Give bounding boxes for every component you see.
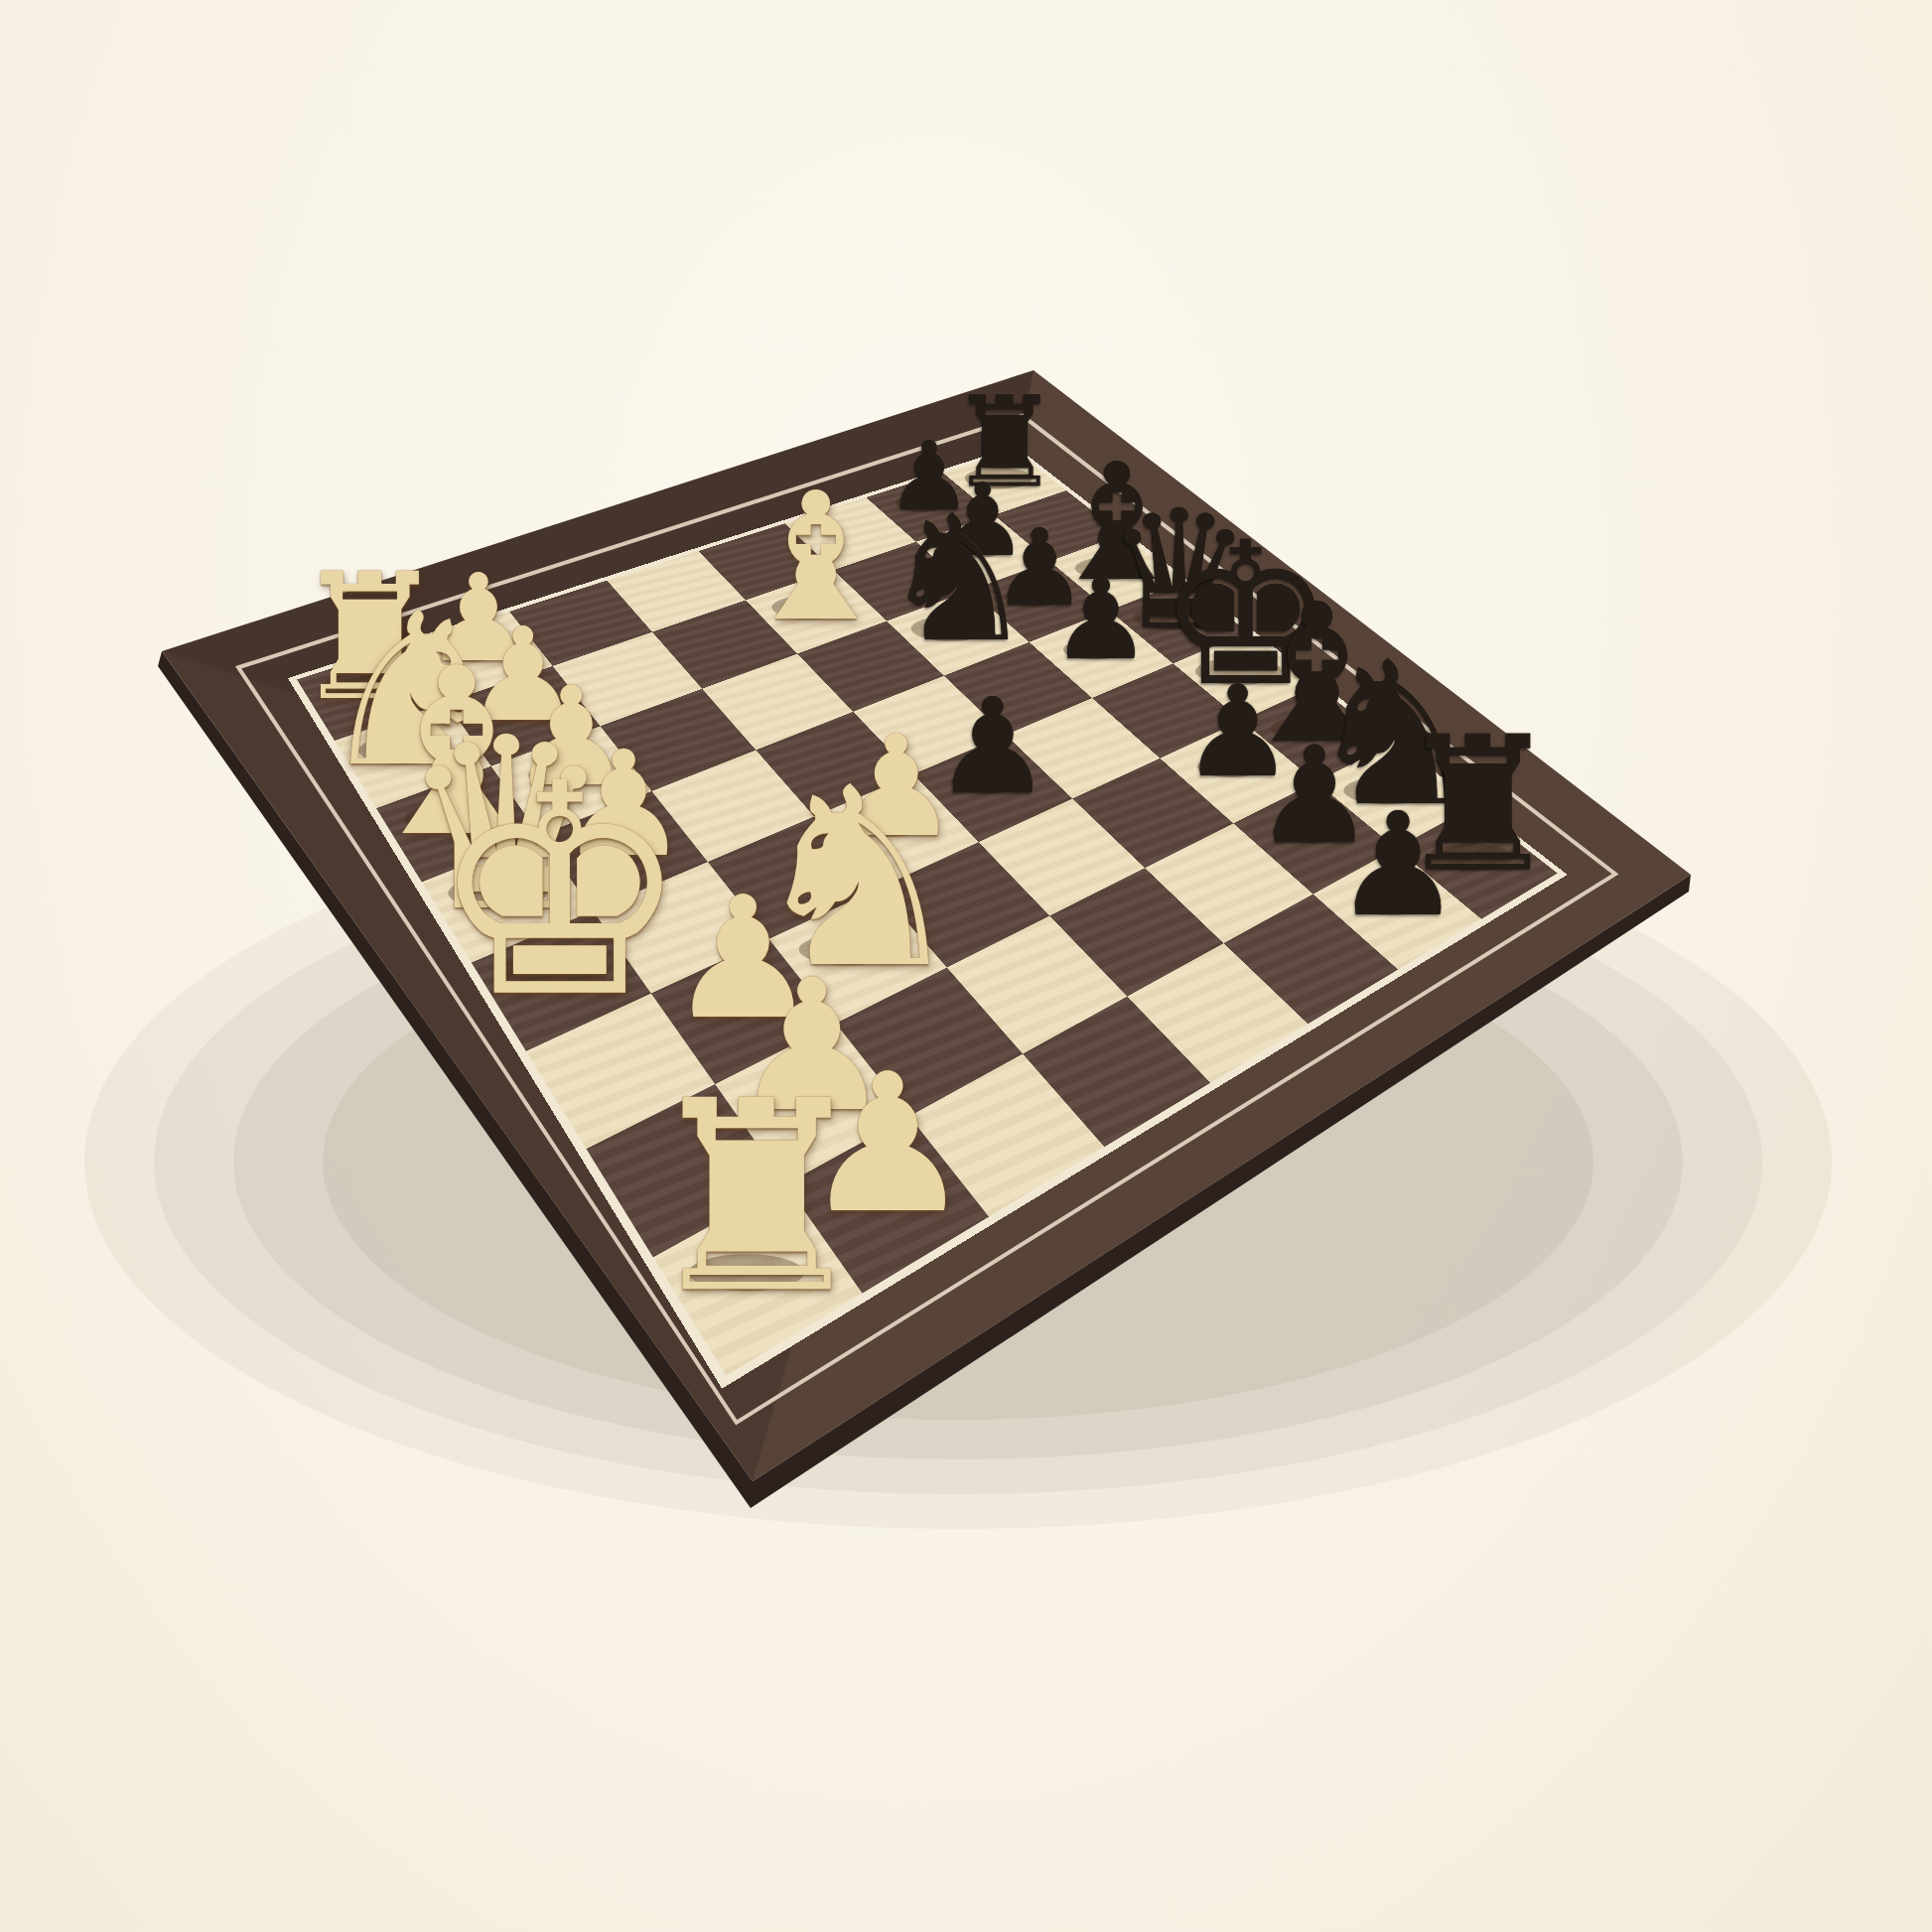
- piece-black-pawn-d7: ♟: [1050, 563, 1151, 675]
- piece-black-pawn-h7: ♟: [1333, 793, 1461, 936]
- chessboard-photo: ♜♞♝♛♚♜♟♟♟♟♟♟♟♞♟♝♟♞♟♟♟♟♟♟♟♜♝♛♚♝♞♜: [0, 0, 1932, 1932]
- piece-white-bishop-b5: ♝: [737, 470, 896, 646]
- piece-white-rook-h1: ♜: [638, 1066, 875, 1329]
- piece-black-knight-c6: ♞: [880, 492, 1035, 666]
- piece-white-king-e1: ♚: [429, 745, 691, 1036]
- pieces-layer: ♜♞♝♛♚♜♟♟♟♟♟♟♟♞♟♝♟♞♟♟♟♟♟♟♟♜♝♛♚♝♞♜: [0, 0, 1932, 1932]
